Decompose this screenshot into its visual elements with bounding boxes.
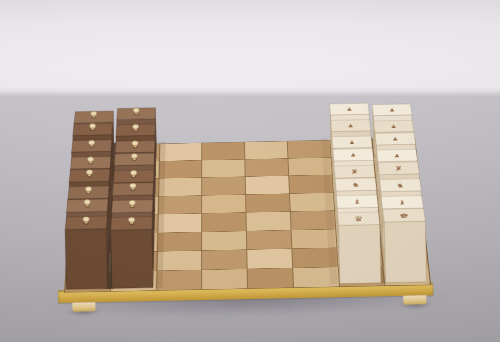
knob-icon: [131, 153, 137, 158]
piece-b1-dark-queen[interactable]: [111, 217, 154, 289]
knight-symbol-icon: ♞: [352, 181, 360, 188]
bishop-symbol-icon: ♝: [398, 199, 407, 206]
rook-symbol-icon: ♜: [394, 165, 402, 172]
knob-icon: [132, 124, 138, 129]
knob-icon: [129, 200, 136, 205]
knob-icon: [88, 140, 94, 145]
knob-icon: [84, 199, 91, 204]
piece-layer: ♟♟♟♟♟♟♟♟♜♜♞♞♝♝♛♚: [0, 0, 500, 342]
knob-icon: [132, 141, 138, 146]
knob-icon: [130, 170, 137, 175]
pawn-symbol-icon: ♟: [394, 153, 401, 158]
chess-set-scene: ♟♟♟♟♟♟♟♟♜♜♞♞♝♝♛♚: [0, 0, 500, 342]
photo-backdrop: ♟♟♟♟♟♟♟♟♜♜♞♞♝♝♛♚: [0, 0, 500, 342]
pawn-symbol-icon: ♟: [349, 139, 356, 144]
knob-icon: [89, 124, 95, 129]
piece-a1-dark-king[interactable]: [65, 216, 109, 289]
knob-icon: [87, 157, 93, 162]
knob-icon: [83, 217, 90, 222]
pawn-symbol-icon: ♟: [390, 124, 396, 129]
king-symbol-icon: ♚: [399, 212, 409, 220]
knight-symbol-icon: ♞: [396, 182, 404, 189]
knob-icon: [91, 111, 97, 116]
pawn-symbol-icon: ♟: [350, 152, 357, 157]
pawn-symbol-icon: ♟: [392, 136, 399, 141]
piece-h1-light-king[interactable]: ♚: [383, 209, 427, 283]
rook-symbol-icon: ♜: [350, 168, 358, 175]
pawn-symbol-icon: ♟: [347, 123, 353, 128]
knob-icon: [86, 170, 93, 175]
knob-icon: [128, 217, 135, 222]
pawn-symbol-icon: ♟: [389, 108, 395, 113]
knob-icon: [133, 108, 139, 113]
piece-g1-light-queen[interactable]: ♛: [338, 212, 381, 284]
pawn-symbol-icon: ♟: [346, 107, 352, 112]
knob-icon: [85, 186, 92, 191]
queen-symbol-icon: ♛: [354, 215, 364, 223]
bishop-symbol-icon: ♝: [353, 198, 362, 205]
knob-icon: [130, 183, 137, 188]
